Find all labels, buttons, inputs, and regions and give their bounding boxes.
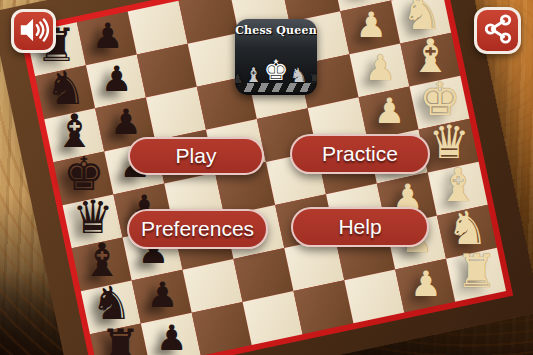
black-piece-p: ♟ <box>91 59 143 99</box>
board-square <box>293 280 353 334</box>
white-piece-b: ♝ <box>405 34 457 78</box>
practice-button[interactable]: Practice <box>290 134 430 174</box>
logo-piece: ♞ <box>290 65 308 85</box>
white-piece-p: ♟ <box>354 48 406 88</box>
logo-title: Chess Queen <box>235 24 317 37</box>
logo-piece: ♝ <box>245 65 263 85</box>
preferences-button[interactable]: Preferences <box>127 209 268 249</box>
white-piece-k: ♚ <box>414 77 466 121</box>
black-piece-p: ♟ <box>137 275 189 315</box>
logo-checkered-floor <box>237 83 314 92</box>
black-piece-q: ♛ <box>67 195 119 239</box>
sound-button[interactable] <box>11 9 56 53</box>
black-piece-b: ♝ <box>76 238 128 282</box>
board-square: ♟ <box>395 259 455 313</box>
white-piece-p: ♟ <box>345 5 397 45</box>
speaker-on-icon <box>17 13 51 50</box>
share-icon <box>481 12 515 49</box>
board-square <box>192 302 252 355</box>
black-piece-k: ♚ <box>58 152 110 196</box>
app-screen: ♜♟♟♜♞♟♟♞♝♟♟♝♚♟♟♚♛♟♟♛♝♟♟♝♞♟♟♞♜♟♟♜ Chess Q… <box>0 0 533 355</box>
black-piece-n: ♞ <box>85 281 137 325</box>
app-logo: Chess Queen ♟♝♚♞♜ <box>235 19 317 95</box>
board-square: ♜ <box>446 248 506 302</box>
help-button[interactable]: Help <box>291 207 429 247</box>
black-piece-b: ♝ <box>49 109 101 153</box>
share-button[interactable] <box>474 7 521 54</box>
board-square <box>344 269 404 323</box>
white-piece-n: ♞ <box>396 0 448 35</box>
white-piece-r: ♜ <box>450 249 502 293</box>
logo-chess-pieces: ♟♝♚♞♜ <box>235 39 317 85</box>
black-piece-p: ♟ <box>146 318 198 355</box>
white-piece-n: ♞ <box>441 206 493 250</box>
black-piece-n: ♞ <box>40 66 92 110</box>
white-piece-b: ♝ <box>432 163 484 207</box>
white-piece-p: ♟ <box>363 91 415 131</box>
board-square <box>243 291 303 345</box>
white-piece-p: ♟ <box>400 264 452 304</box>
white-piece-q: ♛ <box>423 120 475 164</box>
play-button[interactable]: Play <box>128 137 264 175</box>
logo-piece: ♚ <box>263 57 288 85</box>
black-piece-p: ♟ <box>82 16 134 56</box>
